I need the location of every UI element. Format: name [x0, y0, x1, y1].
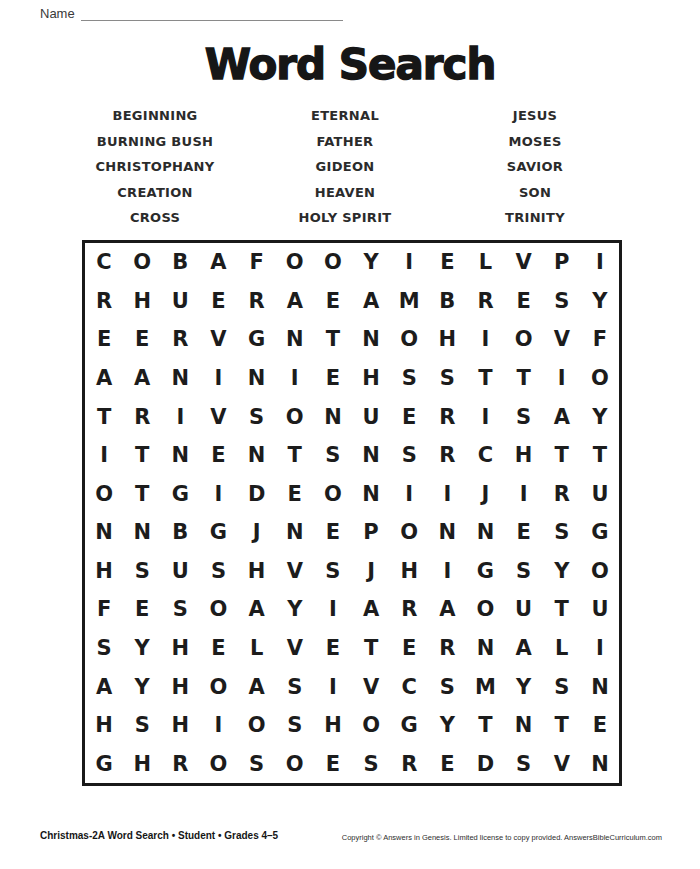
- word-list-column: JESUSMOSESSAVIORSONTRINITY: [440, 103, 630, 231]
- grid-cell[interactable]: T: [123, 436, 161, 475]
- grid-cell[interactable]: R: [238, 282, 276, 321]
- grid-cell[interactable]: T: [581, 436, 619, 475]
- grid-cell[interactable]: B: [428, 282, 466, 321]
- footer-worksheet-info: Christmas-2A Word Search • Student • Gra…: [40, 830, 278, 841]
- grid-cell[interactable]: N: [276, 513, 314, 552]
- grid-cell[interactable]: G: [466, 552, 504, 591]
- grid-cell[interactable]: A: [352, 590, 390, 629]
- grid-cell[interactable]: A: [352, 282, 390, 321]
- grid-cell[interactable]: A: [238, 590, 276, 629]
- grid-cell[interactable]: I: [161, 397, 199, 436]
- grid-cell[interactable]: N: [352, 474, 390, 513]
- grid-cell[interactable]: E: [428, 744, 466, 783]
- grid-cell[interactable]: N: [581, 667, 619, 706]
- grid-cell[interactable]: N: [161, 436, 199, 475]
- grid-cell[interactable]: I: [390, 243, 428, 282]
- grid-cell[interactable]: U: [581, 590, 619, 629]
- grid-cell[interactable]: N: [466, 629, 504, 668]
- grid-cell[interactable]: I: [466, 397, 504, 436]
- grid-cell[interactable]: U: [505, 590, 543, 629]
- grid-cell[interactable]: O: [505, 320, 543, 359]
- grid-cell[interactable]: N: [123, 513, 161, 552]
- grid-cell[interactable]: H: [238, 552, 276, 591]
- grid-cell[interactable]: N: [238, 436, 276, 475]
- grid-cell[interactable]: O: [276, 744, 314, 783]
- grid-cell[interactable]: E: [199, 282, 237, 321]
- word-list-item: TRINITY: [440, 205, 630, 231]
- grid-cell[interactable]: S: [85, 629, 123, 668]
- grid-cell[interactable]: A: [85, 359, 123, 398]
- grid-cell[interactable]: R: [428, 629, 466, 668]
- grid-cell[interactable]: I: [314, 667, 352, 706]
- grid-cell[interactable]: V: [276, 552, 314, 591]
- grid-cell[interactable]: N: [238, 359, 276, 398]
- grid-cell[interactable]: S: [276, 667, 314, 706]
- grid-cell[interactable]: U: [352, 397, 390, 436]
- grid-cell[interactable]: D: [466, 744, 504, 783]
- grid-cell[interactable]: R: [85, 282, 123, 321]
- grid-cell[interactable]: L: [466, 243, 504, 282]
- grid-cell[interactable]: E: [428, 243, 466, 282]
- word-list-item: ETERNAL: [250, 103, 440, 129]
- grid-cell[interactable]: A: [428, 590, 466, 629]
- grid-cell[interactable]: A: [543, 397, 581, 436]
- grid-cell[interactable]: V: [352, 667, 390, 706]
- grid-cell[interactable]: H: [85, 552, 123, 591]
- grid-cell[interactable]: F: [238, 243, 276, 282]
- grid-cell[interactable]: O: [238, 706, 276, 745]
- grid-cell[interactable]: H: [161, 629, 199, 668]
- grid-cell[interactable]: M: [390, 282, 428, 321]
- grid-cell[interactable]: Y: [123, 667, 161, 706]
- grid-cell[interactable]: E: [505, 282, 543, 321]
- grid-cell[interactable]: S: [161, 590, 199, 629]
- grid-cell[interactable]: Y: [505, 667, 543, 706]
- grid-cell[interactable]: H: [505, 436, 543, 475]
- grid-cell[interactable]: N: [85, 513, 123, 552]
- grid-cell[interactable]: T: [543, 706, 581, 745]
- grid-cell[interactable]: I: [276, 359, 314, 398]
- grid-cell[interactable]: R: [390, 744, 428, 783]
- grid-cell[interactable]: R: [123, 397, 161, 436]
- grid-cell[interactable]: C: [466, 436, 504, 475]
- grid-cell[interactable]: P: [543, 243, 581, 282]
- grid-cell[interactable]: E: [314, 359, 352, 398]
- grid-cell[interactable]: T: [466, 706, 504, 745]
- grid-cell[interactable]: C: [85, 243, 123, 282]
- grid-cell[interactable]: B: [161, 243, 199, 282]
- grid-cell[interactable]: E: [123, 320, 161, 359]
- word-list-item: SON: [440, 180, 630, 206]
- grid-cell[interactable]: A: [505, 629, 543, 668]
- grid-cell[interactable]: L: [543, 629, 581, 668]
- grid-cell[interactable]: O: [199, 667, 237, 706]
- grid-cell[interactable]: A: [199, 243, 237, 282]
- word-list-item: CROSS: [60, 205, 250, 231]
- name-input-line[interactable]: [81, 6, 343, 21]
- grid-cell[interactable]: S: [505, 552, 543, 591]
- grid-cell[interactable]: Y: [581, 397, 619, 436]
- grid-cell[interactable]: I: [428, 552, 466, 591]
- grid-cell[interactable]: H: [428, 320, 466, 359]
- grid-cell[interactable]: G: [199, 513, 237, 552]
- grid-cell[interactable]: N: [314, 397, 352, 436]
- worksheet-page: Name Word Search BEGINNINGBURNING BUSHCH…: [0, 0, 700, 869]
- grid-cell[interactable]: O: [581, 359, 619, 398]
- grid-cell[interactable]: I: [199, 706, 237, 745]
- grid-cell[interactable]: S: [314, 436, 352, 475]
- grid-cell[interactable]: R: [543, 474, 581, 513]
- grid-cell[interactable]: G: [161, 474, 199, 513]
- grid-cell[interactable]: T: [505, 359, 543, 398]
- grid-cell[interactable]: E: [390, 629, 428, 668]
- grid-cell[interactable]: O: [199, 590, 237, 629]
- grid-cell[interactable]: S: [352, 744, 390, 783]
- grid-cell[interactable]: O: [390, 513, 428, 552]
- grid-cell[interactable]: V: [276, 629, 314, 668]
- grid-cell[interactable]: H: [314, 706, 352, 745]
- grid-cell[interactable]: S: [123, 552, 161, 591]
- grid-cell[interactable]: N: [352, 436, 390, 475]
- word-list-item: GIDEON: [250, 154, 440, 180]
- grid-cell[interactable]: J: [466, 474, 504, 513]
- grid-cell[interactable]: S: [428, 667, 466, 706]
- word-list-item: FATHER: [250, 129, 440, 155]
- word-list-item: BURNING BUSH: [60, 129, 250, 155]
- grid-cell[interactable]: H: [123, 282, 161, 321]
- grid-cell[interactable]: S: [543, 513, 581, 552]
- grid-cell[interactable]: A: [123, 359, 161, 398]
- grid-cell[interactable]: F: [85, 590, 123, 629]
- grid-cell[interactable]: V: [199, 320, 237, 359]
- name-row: Name: [40, 6, 343, 21]
- grid-cell[interactable]: Y: [428, 706, 466, 745]
- grid-cell[interactable]: N: [581, 744, 619, 783]
- page-title: Word Search: [0, 40, 700, 89]
- grid-cell[interactable]: S: [238, 744, 276, 783]
- grid-cell[interactable]: I: [543, 359, 581, 398]
- grid-cell[interactable]: S: [543, 282, 581, 321]
- word-list-item: CHRISTOPHANY: [60, 154, 250, 180]
- grid-cell[interactable]: E: [199, 436, 237, 475]
- grid-cell[interactable]: O: [314, 474, 352, 513]
- grid-cell[interactable]: A: [85, 667, 123, 706]
- grid-cell[interactable]: B: [161, 513, 199, 552]
- grid-cell[interactable]: E: [314, 282, 352, 321]
- word-search-grid: COBAFOOYIELVPIRHUERAEAMBRESYEERVGNTNOHIO…: [82, 240, 622, 786]
- word-list-item: JESUS: [440, 103, 630, 129]
- word-list-item: HEAVEN: [250, 180, 440, 206]
- grid-cell[interactable]: T: [123, 474, 161, 513]
- grid-cell[interactable]: Y: [276, 590, 314, 629]
- grid-cell[interactable]: H: [85, 706, 123, 745]
- word-list-column: BEGINNINGBURNING BUSHCHRISTOPHANYCREATIO…: [60, 103, 250, 231]
- grid-cell[interactable]: V: [543, 320, 581, 359]
- grid-cell[interactable]: Y: [543, 552, 581, 591]
- grid-cell[interactable]: S: [428, 359, 466, 398]
- grid-cell[interactable]: H: [390, 552, 428, 591]
- grid-cell[interactable]: T: [85, 397, 123, 436]
- grid-cell[interactable]: U: [161, 552, 199, 591]
- grid-cell[interactable]: T: [543, 590, 581, 629]
- grid-cell[interactable]: S: [238, 397, 276, 436]
- grid-cell[interactable]: T: [276, 436, 314, 475]
- grid-cell[interactable]: E: [505, 513, 543, 552]
- grid-cell[interactable]: D: [238, 474, 276, 513]
- grid-cell[interactable]: E: [581, 706, 619, 745]
- grid-cell[interactable]: A: [276, 282, 314, 321]
- grid-cell[interactable]: I: [581, 629, 619, 668]
- grid-cell[interactable]: T: [466, 359, 504, 398]
- grid-cell[interactable]: G: [581, 513, 619, 552]
- word-list: BEGINNINGBURNING BUSHCHRISTOPHANYCREATIO…: [60, 103, 640, 231]
- grid-cell[interactable]: M: [466, 667, 504, 706]
- grid-cell[interactable]: C: [390, 667, 428, 706]
- grid-cell[interactable]: I: [199, 474, 237, 513]
- grid-cell[interactable]: O: [276, 243, 314, 282]
- grid-cell[interactable]: I: [314, 590, 352, 629]
- grid-cell[interactable]: R: [390, 590, 428, 629]
- grid-cell[interactable]: Y: [123, 629, 161, 668]
- grid-cell[interactable]: F: [581, 320, 619, 359]
- grid-cell[interactable]: S: [390, 359, 428, 398]
- grid-cell[interactable]: I: [428, 474, 466, 513]
- grid-cell[interactable]: E: [123, 590, 161, 629]
- grid-cell[interactable]: R: [466, 282, 504, 321]
- grid-cell[interactable]: T: [543, 436, 581, 475]
- word-list-item: HOLY SPIRIT: [250, 205, 440, 231]
- grid-cell[interactable]: R: [161, 744, 199, 783]
- grid-cell[interactable]: E: [276, 474, 314, 513]
- footer-copyright: Copyright © Answers in Genesis. Limited …: [342, 833, 662, 842]
- grid-cell[interactable]: O: [314, 243, 352, 282]
- grid-cell[interactable]: O: [85, 474, 123, 513]
- grid-cell[interactable]: S: [123, 706, 161, 745]
- word-list-column: ETERNALFATHERGIDEONHEAVENHOLY SPIRIT: [250, 103, 440, 231]
- grid-cell[interactable]: V: [543, 744, 581, 783]
- grid-cell[interactable]: H: [161, 706, 199, 745]
- grid-cell[interactable]: N: [466, 513, 504, 552]
- grid-cell[interactable]: G: [390, 706, 428, 745]
- grid-cell[interactable]: S: [505, 744, 543, 783]
- grid-cell[interactable]: S: [543, 667, 581, 706]
- grid-cell[interactable]: S: [276, 706, 314, 745]
- grid-cell[interactable]: P: [352, 513, 390, 552]
- grid-cell[interactable]: O: [276, 397, 314, 436]
- grid-cell[interactable]: L: [238, 629, 276, 668]
- grid-cell[interactable]: S: [390, 436, 428, 475]
- grid-cell[interactable]: H: [123, 744, 161, 783]
- word-list-item: CREATION: [60, 180, 250, 206]
- grid-cell[interactable]: I: [390, 474, 428, 513]
- grid-cell[interactable]: N: [352, 320, 390, 359]
- grid-cell[interactable]: S: [314, 552, 352, 591]
- grid-cell[interactable]: J: [352, 552, 390, 591]
- grid-cell[interactable]: A: [238, 667, 276, 706]
- grid-cell[interactable]: S: [505, 397, 543, 436]
- grid-cell[interactable]: E: [390, 397, 428, 436]
- grid-cell[interactable]: T: [314, 320, 352, 359]
- grid-cell[interactable]: V: [505, 243, 543, 282]
- grid-cell[interactable]: I: [505, 474, 543, 513]
- grid-cell[interactable]: J: [238, 513, 276, 552]
- grid-cell[interactable]: O: [390, 320, 428, 359]
- grid-cell[interactable]: O: [466, 590, 504, 629]
- grid-cell[interactable]: T: [352, 629, 390, 668]
- grid-cell[interactable]: R: [428, 436, 466, 475]
- grid-cell[interactable]: G: [238, 320, 276, 359]
- grid-cell[interactable]: H: [352, 359, 390, 398]
- grid-cell[interactable]: G: [85, 744, 123, 783]
- grid-cell[interactable]: N: [505, 706, 543, 745]
- grid-cell[interactable]: U: [161, 282, 199, 321]
- grid-cell[interactable]: Y: [581, 282, 619, 321]
- word-list-item: MOSES: [440, 129, 630, 155]
- grid-cell[interactable]: N: [428, 513, 466, 552]
- grid-cell[interactable]: V: [199, 397, 237, 436]
- grid-cell[interactable]: O: [352, 706, 390, 745]
- grid-cell[interactable]: H: [161, 667, 199, 706]
- grid-cell[interactable]: E: [314, 629, 352, 668]
- grid-cell[interactable]: E: [85, 320, 123, 359]
- grid-cell[interactable]: O: [199, 744, 237, 783]
- grid-cell[interactable]: R: [161, 320, 199, 359]
- grid-cell[interactable]: I: [85, 436, 123, 475]
- grid-cell[interactable]: I: [466, 320, 504, 359]
- grid-cell[interactable]: N: [161, 359, 199, 398]
- grid-cell[interactable]: U: [581, 474, 619, 513]
- grid-cell[interactable]: E: [199, 629, 237, 668]
- grid-cell[interactable]: I: [199, 359, 237, 398]
- grid-cell[interactable]: O: [581, 552, 619, 591]
- grid-cell[interactable]: R: [428, 397, 466, 436]
- name-label: Name: [40, 6, 75, 21]
- grid-cell[interactable]: O: [123, 243, 161, 282]
- grid-cell[interactable]: E: [314, 744, 352, 783]
- grid-cell[interactable]: Y: [352, 243, 390, 282]
- grid-cell[interactable]: N: [276, 320, 314, 359]
- word-list-item: BEGINNING: [60, 103, 250, 129]
- grid-cell[interactable]: S: [199, 552, 237, 591]
- grid-cell[interactable]: E: [314, 513, 352, 552]
- word-list-item: SAVIOR: [440, 154, 630, 180]
- grid-cell[interactable]: I: [581, 243, 619, 282]
